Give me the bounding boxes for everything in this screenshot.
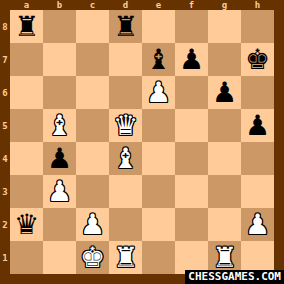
black-bishop-e7: ♝ xyxy=(146,43,171,76)
square-a3 xyxy=(10,175,43,208)
square-h7: ♚ xyxy=(241,43,274,76)
square-f6 xyxy=(175,76,208,109)
square-c3 xyxy=(76,175,109,208)
black-queen-a2: ♛ xyxy=(14,208,39,241)
rank-label-6: 6 xyxy=(0,76,10,109)
square-d3 xyxy=(109,175,142,208)
white-king-c1: ♚ xyxy=(80,241,105,274)
square-h6 xyxy=(241,76,274,109)
white-rook-d1: ♜ xyxy=(113,241,138,274)
square-g2 xyxy=(208,208,241,241)
rank-label-8: 8 xyxy=(0,10,10,43)
square-e5 xyxy=(142,109,175,142)
square-a2: ♛ xyxy=(10,208,43,241)
square-b1 xyxy=(43,241,76,274)
file-label-b: b xyxy=(43,0,76,10)
white-pawn-b3: ♟ xyxy=(47,175,72,208)
square-d1: ♜ xyxy=(109,241,142,274)
square-h2: ♟ xyxy=(241,208,274,241)
square-e4 xyxy=(142,142,175,175)
file-label-e: e xyxy=(142,0,175,10)
square-b3: ♟ xyxy=(43,175,76,208)
square-b8 xyxy=(43,10,76,43)
square-f3 xyxy=(175,175,208,208)
black-pawn-h5: ♟ xyxy=(245,109,270,142)
square-c7 xyxy=(76,43,109,76)
square-c1: ♚ xyxy=(76,241,109,274)
file-label-g: g xyxy=(208,0,241,10)
file-labels: a b c d e f g h xyxy=(10,0,274,10)
rank-label-4: 4 xyxy=(0,142,10,175)
chessgames-watermark: CHESSGAMES.COM xyxy=(185,270,284,284)
black-rook-a8: ♜ xyxy=(14,10,39,43)
square-e8 xyxy=(142,10,175,43)
rank-label-3: 3 xyxy=(0,175,10,208)
white-queen-d5: ♛ xyxy=(113,109,138,142)
file-label-d: d xyxy=(109,0,142,10)
square-d2 xyxy=(109,208,142,241)
square-g4 xyxy=(208,142,241,175)
square-d6 xyxy=(109,76,142,109)
square-d7 xyxy=(109,43,142,76)
file-label-h: h xyxy=(241,0,274,10)
rank-label-7: 7 xyxy=(0,43,10,76)
square-d5: ♛ xyxy=(109,109,142,142)
square-e6: ♟ xyxy=(142,76,175,109)
square-h5: ♟ xyxy=(241,109,274,142)
square-c8 xyxy=(76,10,109,43)
square-b7 xyxy=(43,43,76,76)
square-f4 xyxy=(175,142,208,175)
square-e3 xyxy=(142,175,175,208)
chess-diagram: a b c d e f g h 8 7 6 5 4 3 2 1 ♜♜♝♟♚♟♟♝… xyxy=(0,0,284,284)
square-c6 xyxy=(76,76,109,109)
square-a6 xyxy=(10,76,43,109)
square-b5: ♝ xyxy=(43,109,76,142)
square-a1 xyxy=(10,241,43,274)
square-d8: ♜ xyxy=(109,10,142,43)
square-g8 xyxy=(208,10,241,43)
rank-label-5: 5 xyxy=(0,109,10,142)
black-pawn-g6: ♟ xyxy=(212,76,237,109)
square-b6 xyxy=(43,76,76,109)
square-h8 xyxy=(241,10,274,43)
white-pawn-e6: ♟ xyxy=(146,76,171,109)
square-e7: ♝ xyxy=(142,43,175,76)
white-bishop-d4: ♝ xyxy=(113,142,138,175)
square-f2 xyxy=(175,208,208,241)
square-g3 xyxy=(208,175,241,208)
white-bishop-b5: ♝ xyxy=(47,109,72,142)
square-a5 xyxy=(10,109,43,142)
square-g6: ♟ xyxy=(208,76,241,109)
chess-board: ♜♜♝♟♚♟♟♝♛♟♟♝♟♛♟♟♚♜♜ xyxy=(10,10,274,274)
square-b2 xyxy=(43,208,76,241)
file-label-f: f xyxy=(175,0,208,10)
square-h4 xyxy=(241,142,274,175)
black-pawn-f7: ♟ xyxy=(179,43,204,76)
square-f5 xyxy=(175,109,208,142)
black-king-h7: ♚ xyxy=(245,43,270,76)
square-a4 xyxy=(10,142,43,175)
white-pawn-c2: ♟ xyxy=(80,208,105,241)
square-c5 xyxy=(76,109,109,142)
square-c2: ♟ xyxy=(76,208,109,241)
square-g7 xyxy=(208,43,241,76)
square-f7: ♟ xyxy=(175,43,208,76)
rank-label-1: 1 xyxy=(0,241,10,274)
black-pawn-b4: ♟ xyxy=(47,142,72,175)
file-label-c: c xyxy=(76,0,109,10)
rank-labels: 8 7 6 5 4 3 2 1 xyxy=(0,10,10,274)
square-e1 xyxy=(142,241,175,274)
black-rook-d8: ♜ xyxy=(113,10,138,43)
square-f8 xyxy=(175,10,208,43)
square-e2 xyxy=(142,208,175,241)
square-c4 xyxy=(76,142,109,175)
square-h3 xyxy=(241,175,274,208)
square-b4: ♟ xyxy=(43,142,76,175)
square-g5 xyxy=(208,109,241,142)
square-a8: ♜ xyxy=(10,10,43,43)
square-d4: ♝ xyxy=(109,142,142,175)
file-label-a: a xyxy=(10,0,43,10)
rank-label-2: 2 xyxy=(0,208,10,241)
white-pawn-h2: ♟ xyxy=(245,208,270,241)
square-a7 xyxy=(10,43,43,76)
